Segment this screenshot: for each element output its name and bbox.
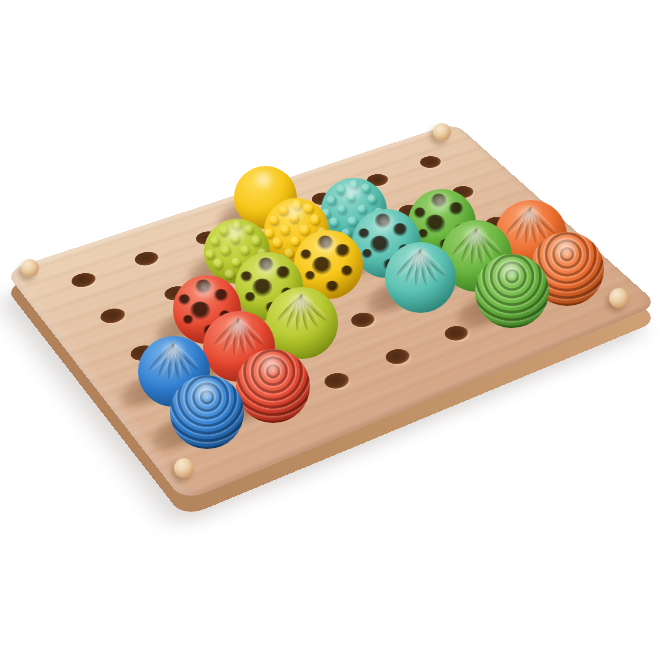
peg-hole (551, 280, 582, 299)
peg-hole (405, 288, 437, 307)
peg-hole (338, 222, 369, 240)
peg-hole (516, 246, 547, 264)
peg-hole (253, 297, 285, 317)
hole-grid (37, 139, 613, 467)
peg-hole (130, 249, 162, 268)
peg-hole (285, 333, 318, 354)
peg-hole (415, 154, 444, 170)
peg-hole (281, 241, 312, 259)
peg-hole (394, 202, 424, 219)
peg-hole (157, 381, 191, 403)
peg-hole (256, 395, 290, 417)
peg-hole (371, 254, 402, 273)
peg-hole (313, 275, 345, 294)
peg-hole (481, 214, 511, 232)
peg-hole (440, 323, 472, 343)
product-photo-stage (0, 0, 660, 660)
peg-hole (67, 270, 99, 290)
peg-hole (191, 229, 222, 247)
peg-hole (461, 267, 492, 286)
peg-hole (319, 370, 353, 392)
peg-hole (96, 306, 129, 326)
peg-hole (190, 420, 225, 443)
peg-hole (496, 301, 528, 321)
peg-hole (250, 209, 281, 227)
peg-hole (160, 283, 192, 303)
peg-hole (126, 342, 159, 363)
peg-hole (381, 346, 414, 367)
peg-hole (221, 262, 253, 281)
peg-hole (307, 190, 337, 207)
peg-hole (222, 356, 256, 377)
peg-hole (427, 234, 458, 252)
peg-hole (346, 310, 378, 330)
peg-hole (362, 172, 392, 189)
peg-hole (190, 319, 223, 340)
peg-hole (448, 184, 478, 201)
